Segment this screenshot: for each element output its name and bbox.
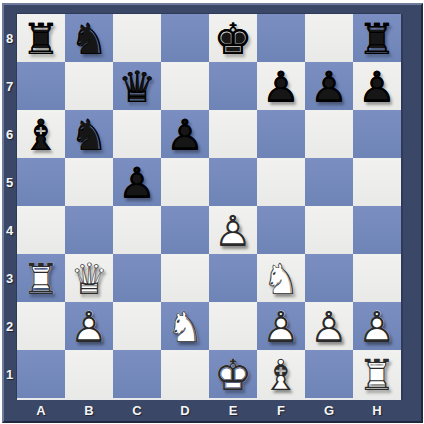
- chess-board: ♜♖♞♘♚♔♜♖♛♕♟♙♟♙♟♙♝♗♞♘♟♙♟♙♟♙♜♖♛♕♞♘♟♙♞♘♟♙♟♙…: [17, 14, 401, 400]
- square-a4[interactable]: [17, 206, 65, 254]
- square-h6[interactable]: [353, 110, 401, 158]
- black-rook-icon[interactable]: ♜♖: [17, 14, 65, 62]
- square-h8[interactable]: ♜♖: [353, 14, 401, 62]
- square-f8[interactable]: [257, 14, 305, 62]
- square-e6[interactable]: [209, 110, 257, 158]
- white-queen-icon[interactable]: ♛♕: [65, 254, 113, 302]
- square-c5[interactable]: ♟♙: [113, 158, 161, 206]
- square-h5[interactable]: [353, 158, 401, 206]
- square-h1[interactable]: ♜♖: [353, 350, 401, 398]
- black-pawn-icon[interactable]: ♟♙: [305, 62, 353, 110]
- square-f7[interactable]: ♟♙: [257, 62, 305, 110]
- square-d8[interactable]: [161, 14, 209, 62]
- square-e4[interactable]: ♟♙: [209, 206, 257, 254]
- rank-label-2: 2: [2, 302, 17, 350]
- square-c6[interactable]: [113, 110, 161, 158]
- black-knight-icon[interactable]: ♞♘: [65, 14, 113, 62]
- square-f4[interactable]: [257, 206, 305, 254]
- square-g6[interactable]: [305, 110, 353, 158]
- rank-label-4: 4: [2, 206, 17, 254]
- rank-labels: 87654321: [2, 14, 17, 398]
- square-h3[interactable]: [353, 254, 401, 302]
- square-f3[interactable]: ♞♘: [257, 254, 305, 302]
- square-c8[interactable]: [113, 14, 161, 62]
- file-label-g: G: [305, 400, 353, 420]
- rank-label-8: 8: [2, 14, 17, 62]
- square-f5[interactable]: [257, 158, 305, 206]
- file-label-f: F: [257, 400, 305, 420]
- square-h4[interactable]: [353, 206, 401, 254]
- square-b3[interactable]: ♛♕: [65, 254, 113, 302]
- square-d4[interactable]: [161, 206, 209, 254]
- square-e5[interactable]: [209, 158, 257, 206]
- file-labels: ABCDEFGH: [17, 400, 401, 420]
- square-g4[interactable]: [305, 206, 353, 254]
- file-label-d: D: [161, 400, 209, 420]
- square-g7[interactable]: ♟♙: [305, 62, 353, 110]
- square-d7[interactable]: [161, 62, 209, 110]
- rank-label-3: 3: [2, 254, 17, 302]
- square-f6[interactable]: [257, 110, 305, 158]
- white-pawn-icon[interactable]: ♟♙: [305, 302, 353, 350]
- square-d1[interactable]: [161, 350, 209, 398]
- square-b8[interactable]: ♞♘: [65, 14, 113, 62]
- white-pawn-icon[interactable]: ♟♙: [257, 302, 305, 350]
- square-c4[interactable]: [113, 206, 161, 254]
- square-e2[interactable]: [209, 302, 257, 350]
- square-g1[interactable]: [305, 350, 353, 398]
- square-a7[interactable]: [17, 62, 65, 110]
- square-d6[interactable]: ♟♙: [161, 110, 209, 158]
- black-knight-icon[interactable]: ♞♘: [65, 110, 113, 158]
- chess-diagram: 87654321 ♜♖♞♘♚♔♜♖♛♕♟♙♟♙♟♙♝♗♞♘♟♙♟♙♟♙♜♖♛♕♞…: [0, 0, 424, 424]
- white-pawn-icon[interactable]: ♟♙: [353, 302, 401, 350]
- white-pawn-icon[interactable]: ♟♙: [65, 302, 113, 350]
- square-f2[interactable]: ♟♙: [257, 302, 305, 350]
- black-rook-icon[interactable]: ♜♖: [353, 14, 401, 62]
- file-label-h: H: [353, 400, 401, 420]
- square-b1[interactable]: [65, 350, 113, 398]
- white-knight-icon[interactable]: ♞♘: [257, 254, 305, 302]
- square-a2[interactable]: [17, 302, 65, 350]
- black-king-icon[interactable]: ♚♔: [209, 14, 257, 62]
- square-g8[interactable]: [305, 14, 353, 62]
- square-a3[interactable]: ♜♖: [17, 254, 65, 302]
- square-f1[interactable]: ♝♗: [257, 350, 305, 398]
- square-b6[interactable]: ♞♘: [65, 110, 113, 158]
- square-e8[interactable]: ♚♔: [209, 14, 257, 62]
- black-pawn-icon[interactable]: ♟♙: [161, 110, 209, 158]
- file-label-c: C: [113, 400, 161, 420]
- square-e7[interactable]: [209, 62, 257, 110]
- square-e1[interactable]: ♚♔: [209, 350, 257, 398]
- square-a6[interactable]: ♝♗: [17, 110, 65, 158]
- file-label-b: B: [65, 400, 113, 420]
- rank-label-6: 6: [2, 110, 17, 158]
- white-rook-icon[interactable]: ♜♖: [17, 254, 65, 302]
- square-b2[interactable]: ♟♙: [65, 302, 113, 350]
- black-pawn-icon[interactable]: ♟♙: [257, 62, 305, 110]
- square-a8[interactable]: ♜♖: [17, 14, 65, 62]
- square-b4[interactable]: [65, 206, 113, 254]
- file-label-e: E: [209, 400, 257, 420]
- square-c3[interactable]: [113, 254, 161, 302]
- square-d3[interactable]: [161, 254, 209, 302]
- square-e3[interactable]: [209, 254, 257, 302]
- black-pawn-icon[interactable]: ♟♙: [353, 62, 401, 110]
- white-pawn-icon[interactable]: ♟♙: [209, 206, 257, 254]
- square-g3[interactable]: [305, 254, 353, 302]
- square-b5[interactable]: [65, 158, 113, 206]
- white-king-icon[interactable]: ♚♔: [209, 350, 257, 398]
- file-label-a: A: [17, 400, 65, 420]
- black-bishop-icon[interactable]: ♝♗: [17, 110, 65, 158]
- square-d5[interactable]: [161, 158, 209, 206]
- rank-label-7: 7: [2, 62, 17, 110]
- square-a1[interactable]: [17, 350, 65, 398]
- white-knight-icon[interactable]: ♞♘: [161, 302, 209, 350]
- square-d2[interactable]: ♞♘: [161, 302, 209, 350]
- rank-label-1: 1: [2, 350, 17, 398]
- rank-label-5: 5: [2, 158, 17, 206]
- square-h7[interactable]: ♟♙: [353, 62, 401, 110]
- white-bishop-icon[interactable]: ♝♗: [257, 350, 305, 398]
- black-queen-icon[interactable]: ♛♕: [113, 62, 161, 110]
- square-a5[interactable]: [17, 158, 65, 206]
- square-c7[interactable]: ♛♕: [113, 62, 161, 110]
- white-rook-icon[interactable]: ♜♖: [353, 350, 401, 398]
- square-c1[interactable]: [113, 350, 161, 398]
- square-b7[interactable]: [65, 62, 113, 110]
- black-pawn-icon[interactable]: ♟♙: [113, 158, 161, 206]
- square-c2[interactable]: [113, 302, 161, 350]
- square-h2[interactable]: ♟♙: [353, 302, 401, 350]
- square-g5[interactable]: [305, 158, 353, 206]
- square-g2[interactable]: ♟♙: [305, 302, 353, 350]
